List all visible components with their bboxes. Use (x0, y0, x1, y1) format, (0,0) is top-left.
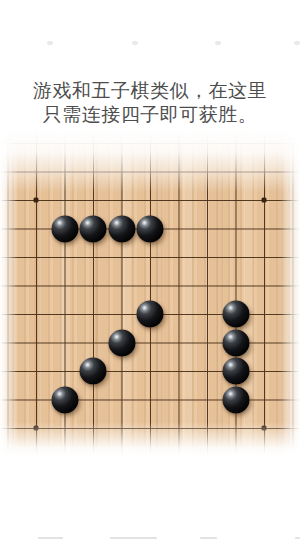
black-stone (222, 329, 249, 356)
star-point (34, 426, 39, 431)
tutorial-page: 游戏和五子棋类似，在这里 只需连接四子即可获胜。 (0, 0, 300, 539)
black-stone (137, 301, 164, 328)
black-stone (108, 215, 135, 242)
tutorial-caption: 游戏和五子棋类似，在这里 只需连接四子即可获胜。 (0, 79, 300, 126)
faded-prev-diagram-hint (215, 41, 221, 45)
faded-prev-diagram-hint (294, 41, 300, 45)
faded-prev-diagram-hint (47, 41, 53, 45)
go-board[interactable] (0, 130, 300, 456)
black-stone (222, 301, 249, 328)
black-stone (222, 386, 249, 413)
black-stone (137, 215, 164, 242)
tutorial-caption-line-2: 只需连接四子即可获胜。 (0, 103, 300, 127)
star-point (34, 198, 39, 203)
black-stone (80, 358, 107, 385)
tutorial-caption-line-1: 游戏和五子棋类似，在这里 (0, 79, 300, 103)
black-stone (51, 215, 78, 242)
star-point (262, 198, 267, 203)
star-point (262, 426, 267, 431)
black-stone (108, 329, 135, 356)
faded-prev-diagram-hint (132, 41, 138, 45)
black-stone (51, 386, 78, 413)
black-stone (222, 358, 249, 385)
black-stone (80, 215, 107, 242)
board-grid (0, 130, 300, 456)
